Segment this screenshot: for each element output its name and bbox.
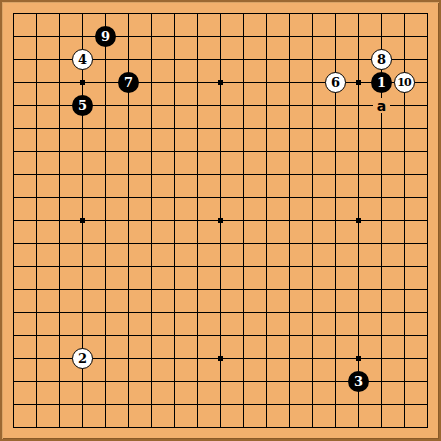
stone-white-4: 4 [72, 49, 93, 70]
star-point [356, 80, 361, 85]
star-point [80, 80, 85, 85]
star-point [356, 218, 361, 223]
star-point [80, 218, 85, 223]
point-label-a: a [373, 98, 390, 113]
star-point [356, 356, 361, 361]
go-board: 12345678910a [0, 0, 441, 441]
stone-black-9: 9 [95, 26, 116, 47]
star-point [218, 80, 223, 85]
stone-white-6: 6 [325, 72, 346, 93]
board-grid: 12345678910a [2, 2, 439, 439]
stone-black-5: 5 [72, 95, 93, 116]
stone-black-1: 1 [371, 72, 392, 93]
star-point [218, 218, 223, 223]
star-point [218, 356, 223, 361]
stone-white-10: 10 [394, 72, 415, 93]
stone-white-8: 8 [371, 49, 392, 70]
stone-black-3: 3 [348, 371, 369, 392]
stone-black-7: 7 [118, 72, 139, 93]
stone-white-2: 2 [72, 348, 93, 369]
